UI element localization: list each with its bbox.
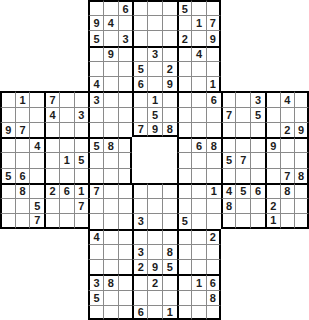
cell-r7c21[interactable] <box>294 91 309 106</box>
cell-r10c7[interactable]: 5 <box>88 137 103 152</box>
cell-r15c5[interactable] <box>59 213 74 228</box>
cell-r11c16[interactable]: 5 <box>221 152 236 167</box>
cell-r8c1[interactable] <box>0 107 15 122</box>
cell-r9c14[interactable] <box>191 122 206 137</box>
cell-r13c9[interactable] <box>118 183 133 198</box>
cell-r10c8[interactable]: 8 <box>103 137 118 152</box>
cell-r7c10[interactable] <box>132 91 147 106</box>
cell-r11c20[interactable] <box>280 152 295 167</box>
cell-r3c14[interactable] <box>191 30 206 45</box>
cell-r9c11[interactable]: 9 <box>147 122 162 137</box>
cell-r9c19[interactable] <box>265 122 280 137</box>
cell-r12c21[interactable]: 8 <box>294 168 309 183</box>
cell-r9c9[interactable] <box>118 122 133 137</box>
cell-r5c12[interactable]: 2 <box>162 61 177 76</box>
cell-r15c7[interactable] <box>88 213 103 228</box>
cell-r9c13[interactable] <box>177 122 192 137</box>
cell-r9c21[interactable]: 9 <box>294 122 309 137</box>
cell-r18c7[interactable] <box>88 259 103 274</box>
cell-r15c21[interactable] <box>294 213 309 228</box>
cell-r14c13[interactable] <box>177 198 192 213</box>
cell-r1c7[interactable] <box>88 0 103 15</box>
cell-r19c11[interactable]: 2 <box>147 274 162 289</box>
cell-r4c10[interactable] <box>132 46 147 61</box>
cell-r4c13[interactable] <box>177 46 192 61</box>
cell-r6c11[interactable] <box>147 76 162 91</box>
cell-r21c14[interactable] <box>191 305 206 320</box>
cell-r11c14[interactable] <box>191 152 206 167</box>
cell-r13c8[interactable] <box>103 183 118 198</box>
cell-r18c11[interactable]: 9 <box>147 259 162 274</box>
cell-r8c11[interactable]: 5 <box>147 107 162 122</box>
cell-r9c15[interactable] <box>206 122 221 137</box>
cell-r9c3[interactable] <box>29 122 44 137</box>
cell-r20c8[interactable] <box>103 290 118 305</box>
cell-r18c13[interactable] <box>177 259 192 274</box>
cell-r12c1[interactable]: 5 <box>0 168 15 183</box>
cell-r14c12[interactable] <box>162 198 177 213</box>
cell-r18c12[interactable]: 5 <box>162 259 177 274</box>
cell-r2c14[interactable]: 1 <box>191 15 206 30</box>
cell-r7c11[interactable]: 1 <box>147 91 162 106</box>
cell-r8c6[interactable]: 3 <box>74 107 89 122</box>
cell-r4c11[interactable]: 3 <box>147 46 162 61</box>
cell-r14c5[interactable] <box>59 198 74 213</box>
cell-r21c19 <box>265 305 280 320</box>
cell-r1c19 <box>265 0 280 15</box>
cell-r16c17 <box>235 229 250 244</box>
cell-r15c20[interactable] <box>280 213 295 228</box>
cell-r16c8[interactable] <box>103 229 118 244</box>
cell-r11c4[interactable] <box>44 152 59 167</box>
cell-r6c18 <box>250 76 265 91</box>
cell-r14c8[interactable] <box>103 198 118 213</box>
cell-r19c8[interactable]: 8 <box>103 274 118 289</box>
cell-r7c9[interactable] <box>118 91 133 106</box>
cell-r15c9[interactable] <box>118 213 133 228</box>
cell-r14c9[interactable] <box>118 198 133 213</box>
cell-r4c9[interactable] <box>118 46 133 61</box>
cell-r1c11[interactable] <box>147 0 162 15</box>
cell-r8c7[interactable] <box>88 107 103 122</box>
cell-r17c10[interactable]: 3 <box>132 244 147 259</box>
cell-r18c8[interactable] <box>103 259 118 274</box>
cell-r11c1[interactable] <box>0 152 15 167</box>
cell-r2c11[interactable] <box>147 15 162 30</box>
cell-r10c18[interactable] <box>250 137 265 152</box>
cell-r3c12[interactable] <box>162 30 177 45</box>
cell-r8c3[interactable] <box>29 107 44 122</box>
cell-r13c6[interactable]: 1 <box>74 183 89 198</box>
cell-r18c10[interactable]: 2 <box>132 259 147 274</box>
cell-r8c16[interactable]: 7 <box>221 107 236 122</box>
cell-r1c13[interactable]: 5 <box>177 0 192 15</box>
cell-r11c19[interactable] <box>265 152 280 167</box>
cell-r11c7[interactable] <box>88 152 103 167</box>
cell-r17c13[interactable] <box>177 244 192 259</box>
cell-r14c18[interactable] <box>250 198 265 213</box>
cell-r9c7[interactable] <box>88 122 103 137</box>
cell-r13c12[interactable] <box>162 183 177 198</box>
cell-r8c12[interactable] <box>162 107 177 122</box>
cell-r10c17[interactable] <box>235 137 250 152</box>
cell-r3c8[interactable] <box>103 30 118 45</box>
cell-r13c15[interactable]: 1 <box>206 183 221 198</box>
cell-r20c9[interactable] <box>118 290 133 305</box>
cell-r12c20[interactable]: 7 <box>280 168 295 183</box>
cell-r9c16[interactable] <box>221 122 236 137</box>
cell-r15c1[interactable] <box>0 213 15 228</box>
cell-r11c5[interactable]: 1 <box>59 152 74 167</box>
cell-r7c19[interactable] <box>265 91 280 106</box>
cell-r14c1[interactable] <box>0 198 15 213</box>
cell-r9c4[interactable] <box>44 122 59 137</box>
cell-r5c13[interactable] <box>177 61 192 76</box>
cell-r17c7[interactable] <box>88 244 103 259</box>
cell-r15c16[interactable] <box>221 213 236 228</box>
cell-r17c16 <box>221 244 236 259</box>
cell-r17c4 <box>44 244 59 259</box>
cell-r13c3[interactable] <box>29 183 44 198</box>
cell-r11c2[interactable] <box>15 152 30 167</box>
cell-r13c10[interactable] <box>132 183 147 198</box>
cell-r11c9[interactable] <box>118 152 133 167</box>
cell-r5c10[interactable]: 5 <box>132 61 147 76</box>
cell-r3c7[interactable]: 5 <box>88 30 103 45</box>
cell-r10c21[interactable] <box>294 137 309 152</box>
cell-r15c18[interactable] <box>250 213 265 228</box>
cell-r12c6[interactable] <box>74 168 89 183</box>
cell-r10c2[interactable] <box>15 137 30 152</box>
cell-r14c16[interactable]: 8 <box>221 198 236 213</box>
cell-r17c8[interactable] <box>103 244 118 259</box>
cell-r10c11 <box>147 137 162 152</box>
cell-r8c19[interactable] <box>265 107 280 122</box>
cell-r14c15[interactable] <box>206 198 221 213</box>
cell-r14c6[interactable]: 7 <box>74 198 89 213</box>
cell-r7c12[interactable] <box>162 91 177 106</box>
cell-r5c11[interactable] <box>147 61 162 76</box>
cell-r12c9[interactable] <box>118 168 133 183</box>
cell-r13c18[interactable]: 6 <box>250 183 265 198</box>
cell-r6c7[interactable]: 4 <box>88 76 103 91</box>
cell-r13c5[interactable]: 6 <box>59 183 74 198</box>
cell-r15c10[interactable]: 3 <box>132 213 147 228</box>
cell-r21c8[interactable] <box>103 305 118 320</box>
cell-r12c13[interactable] <box>177 168 192 183</box>
cell-r8c8[interactable] <box>103 107 118 122</box>
cell-r11c17[interactable]: 7 <box>235 152 250 167</box>
cell-r20c14[interactable] <box>191 290 206 305</box>
cell-r13c4[interactable]: 2 <box>44 183 59 198</box>
cell-r18c14[interactable] <box>191 259 206 274</box>
cell-r10c9[interactable] <box>118 137 133 152</box>
cell-r2c8[interactable]: 4 <box>103 15 118 30</box>
cell-r9c20[interactable]: 2 <box>280 122 295 137</box>
cell-r1c12[interactable] <box>162 0 177 15</box>
cell-r9c5[interactable] <box>59 122 74 137</box>
cell-r21c9[interactable] <box>118 305 133 320</box>
cell-r7c2[interactable]: 1 <box>15 91 30 106</box>
cell-r7c8[interactable] <box>103 91 118 106</box>
cell-r15c13[interactable]: 5 <box>177 213 192 228</box>
cell-r12c14[interactable] <box>191 168 206 183</box>
cell-r3c9[interactable]: 3 <box>118 30 133 45</box>
cell-r11c6[interactable]: 5 <box>74 152 89 167</box>
cell-r12c7[interactable] <box>88 168 103 183</box>
cell-r4c8[interactable]: 9 <box>103 46 118 61</box>
cell-r5c15[interactable] <box>206 61 221 76</box>
cell-r9c17[interactable] <box>235 122 250 137</box>
cell-r15c15[interactable] <box>206 213 221 228</box>
cell-r7c16[interactable] <box>221 91 236 106</box>
cell-r7c1[interactable] <box>0 91 15 106</box>
cell-r14c20[interactable] <box>280 198 295 213</box>
cell-r13c21[interactable] <box>294 183 309 198</box>
cell-r19c15[interactable]: 6 <box>206 274 221 289</box>
cell-r19c14[interactable]: 1 <box>191 274 206 289</box>
cell-r9c12[interactable]: 8 <box>162 122 177 137</box>
cell-r16c13[interactable] <box>177 229 192 244</box>
cell-r21c11[interactable] <box>147 305 162 320</box>
cell-r19c21 <box>294 274 309 289</box>
cell-r1c10[interactable] <box>132 0 147 15</box>
cell-r15c3[interactable]: 7 <box>29 213 44 228</box>
cell-r21c10[interactable]: 6 <box>132 305 147 320</box>
cell-r17c15[interactable] <box>206 244 221 259</box>
cell-r20c12[interactable] <box>162 290 177 305</box>
cell-r13c14[interactable] <box>191 183 206 198</box>
cell-r8c18[interactable]: 5 <box>250 107 265 122</box>
cell-r7c15[interactable]: 6 <box>206 91 221 106</box>
cell-r15c11[interactable] <box>147 213 162 228</box>
cell-r8c5[interactable] <box>59 107 74 122</box>
cell-r18c2 <box>15 259 30 274</box>
cell-r7c14[interactable] <box>191 91 206 106</box>
cell-r2c9[interactable] <box>118 15 133 30</box>
cell-r15c12[interactable] <box>162 213 177 228</box>
cell-r6c2 <box>15 76 30 91</box>
cell-r15c6[interactable] <box>74 213 89 228</box>
cell-r8c4[interactable]: 4 <box>44 107 59 122</box>
cell-r15c14[interactable] <box>191 213 206 228</box>
cell-r3c11[interactable] <box>147 30 162 45</box>
cell-r14c14[interactable] <box>191 198 206 213</box>
cell-r12c5[interactable] <box>59 168 74 183</box>
cell-r16c12[interactable] <box>162 229 177 244</box>
cell-r1c9[interactable]: 6 <box>118 0 133 15</box>
cell-r17c11[interactable] <box>147 244 162 259</box>
cell-r13c13[interactable] <box>177 183 192 198</box>
cell-r16c15[interactable]: 2 <box>206 229 221 244</box>
cell-r16c14[interactable] <box>191 229 206 244</box>
cell-r6c8[interactable] <box>103 76 118 91</box>
cell-r8c10[interactable] <box>132 107 147 122</box>
cell-r12c3[interactable] <box>29 168 44 183</box>
cell-r1c15[interactable] <box>206 0 221 15</box>
cell-r6c9[interactable] <box>118 76 133 91</box>
cell-r3c15[interactable]: 9 <box>206 30 221 45</box>
cell-r7c7[interactable]: 3 <box>88 91 103 106</box>
cell-r12c17[interactable] <box>235 168 250 183</box>
cell-r14c7[interactable] <box>88 198 103 213</box>
cell-r12c4[interactable] <box>44 168 59 183</box>
cell-r2c13[interactable] <box>177 15 192 30</box>
cell-r11c21[interactable] <box>294 152 309 167</box>
cell-r21c7[interactable] <box>88 305 103 320</box>
cell-r9c18[interactable] <box>250 122 265 137</box>
cell-r20c11[interactable] <box>147 290 162 305</box>
cell-r15c8[interactable] <box>103 213 118 228</box>
cell-r19c10[interactable] <box>132 274 147 289</box>
cell-r11c15[interactable] <box>206 152 221 167</box>
cell-r10c15[interactable]: 8 <box>206 137 221 152</box>
cell-r14c17[interactable] <box>235 198 250 213</box>
cell-r4c12[interactable] <box>162 46 177 61</box>
cell-r19c13[interactable] <box>177 274 192 289</box>
cell-r7c18[interactable]: 3 <box>250 91 265 106</box>
cell-r14c11[interactable] <box>147 198 162 213</box>
cell-r18c9[interactable] <box>118 259 133 274</box>
cell-r4c15[interactable] <box>206 46 221 61</box>
cell-r6c12[interactable]: 9 <box>162 76 177 91</box>
cell-r5c8[interactable] <box>103 61 118 76</box>
cell-r8c13[interactable] <box>177 107 192 122</box>
cell-r13c17[interactable]: 5 <box>235 183 250 198</box>
cell-r10c16[interactable] <box>221 137 236 152</box>
cell-r14c21[interactable] <box>294 198 309 213</box>
cell-r16c10[interactable] <box>132 229 147 244</box>
cell-r8c2[interactable] <box>15 107 30 122</box>
cell-r6c14[interactable] <box>191 76 206 91</box>
cell-r17c9[interactable] <box>118 244 133 259</box>
cell-r6c13[interactable] <box>177 76 192 91</box>
cell-r14c3[interactable]: 5 <box>29 198 44 213</box>
cell-r14c19[interactable]: 2 <box>265 198 280 213</box>
cell-r20c10[interactable] <box>132 290 147 305</box>
cell-r1c8[interactable] <box>103 0 118 15</box>
cell-r18c15[interactable] <box>206 259 221 274</box>
cell-r12c18[interactable] <box>250 168 265 183</box>
cell-r13c16[interactable]: 4 <box>221 183 236 198</box>
cell-r9c2[interactable]: 7 <box>15 122 30 137</box>
cell-r8c15[interactable] <box>206 107 221 122</box>
cell-r2c12[interactable] <box>162 15 177 30</box>
cell-r7c3[interactable] <box>29 91 44 106</box>
cell-r20c15[interactable]: 8 <box>206 290 221 305</box>
cell-r5c9[interactable] <box>118 61 133 76</box>
cell-r5c14[interactable] <box>191 61 206 76</box>
cell-r13c20[interactable]: 8 <box>280 183 295 198</box>
cell-r14c2[interactable] <box>15 198 30 213</box>
cell-r20c13[interactable] <box>177 290 192 305</box>
cell-r15c17[interactable] <box>235 213 250 228</box>
cell-r12c16[interactable] <box>221 168 236 183</box>
cell-r11c18[interactable] <box>250 152 265 167</box>
cell-r12c19[interactable] <box>265 168 280 183</box>
cell-r8c20[interactable] <box>280 107 295 122</box>
cell-r12c8[interactable] <box>103 168 118 183</box>
cell-r15c4[interactable] <box>44 213 59 228</box>
cell-r11c8[interactable] <box>103 152 118 167</box>
cell-r7c13[interactable] <box>177 91 192 106</box>
cell-r13c19[interactable] <box>265 183 280 198</box>
cell-r16c11[interactable] <box>147 229 162 244</box>
cell-r5c7[interactable] <box>88 61 103 76</box>
cell-r9c6[interactable] <box>74 122 89 137</box>
cell-r20c7[interactable]: 5 <box>88 290 103 305</box>
cell-r19c7[interactable]: 3 <box>88 274 103 289</box>
cell-r1c14[interactable] <box>191 0 206 15</box>
cell-r2c10[interactable] <box>132 15 147 30</box>
cell-r16c7[interactable]: 4 <box>88 229 103 244</box>
cell-r21c13[interactable] <box>177 305 192 320</box>
cell-r21c15[interactable] <box>206 305 221 320</box>
cell-r10c3[interactable]: 4 <box>29 137 44 152</box>
cell-r4c14[interactable]: 4 <box>191 46 206 61</box>
cell-r4c7[interactable] <box>88 46 103 61</box>
cell-r17c14[interactable] <box>191 244 206 259</box>
cell-r13c2[interactable]: 8 <box>15 183 30 198</box>
cell-r6c15[interactable]: 1 <box>206 76 221 91</box>
cell-r14c10[interactable] <box>132 198 147 213</box>
cell-r16c9[interactable] <box>118 229 133 244</box>
cell-r11c3[interactable] <box>29 152 44 167</box>
cell-r13c11[interactable] <box>147 183 162 198</box>
cell-r2c16 <box>221 15 236 30</box>
cell-r19c9[interactable] <box>118 274 133 289</box>
cell-r10c19[interactable]: 9 <box>265 137 280 152</box>
cell-r8c14[interactable] <box>191 107 206 122</box>
cell-r14c4[interactable] <box>44 198 59 213</box>
cell-r17c12[interactable]: 8 <box>162 244 177 259</box>
cell-r13c1[interactable] <box>0 183 15 198</box>
cell-r7c20[interactable]: 4 <box>280 91 295 106</box>
cell-r12c2[interactable]: 6 <box>15 168 30 183</box>
cell-r10c4[interactable] <box>44 137 59 152</box>
cell-r8c17[interactable] <box>235 107 250 122</box>
cell-r9c8[interactable] <box>103 122 118 137</box>
cell-r10c13[interactable] <box>177 137 192 152</box>
cell-r8c9[interactable] <box>118 107 133 122</box>
cell-r7c6[interactable] <box>74 91 89 106</box>
cell-r10c5[interactable] <box>59 137 74 152</box>
cell-r4c3 <box>29 46 44 61</box>
cell-r13c7[interactable]: 7 <box>88 183 103 198</box>
cell-r19c12[interactable] <box>162 274 177 289</box>
cell-r11c13[interactable] <box>177 152 192 167</box>
cell-r15c2[interactable] <box>15 213 30 228</box>
cell-r10c6[interactable] <box>74 137 89 152</box>
cell-r9c10[interactable]: 7 <box>132 122 147 137</box>
cell-r10c14[interactable]: 6 <box>191 137 206 152</box>
cell-r7c17[interactable] <box>235 91 250 106</box>
cell-r6c10[interactable]: 6 <box>132 76 147 91</box>
cell-r8c21[interactable] <box>294 107 309 122</box>
cell-r15c19[interactable]: 1 <box>265 213 280 228</box>
cell-r10c20[interactable] <box>280 137 295 152</box>
cell-r9c1[interactable]: 9 <box>0 122 15 137</box>
cell-r3c10[interactable] <box>132 30 147 45</box>
cell-r10c1[interactable] <box>0 137 15 152</box>
cell-r3c13[interactable]: 2 <box>177 30 192 45</box>
cell-r7c4[interactable]: 7 <box>44 91 59 106</box>
cell-r12c15[interactable] <box>206 168 221 183</box>
cell-r7c5[interactable] <box>59 91 74 106</box>
cell-r2c7[interactable]: 9 <box>88 15 103 30</box>
cell-r2c15[interactable]: 7 <box>206 15 221 30</box>
cell-r21c12[interactable]: 1 <box>162 305 177 320</box>
